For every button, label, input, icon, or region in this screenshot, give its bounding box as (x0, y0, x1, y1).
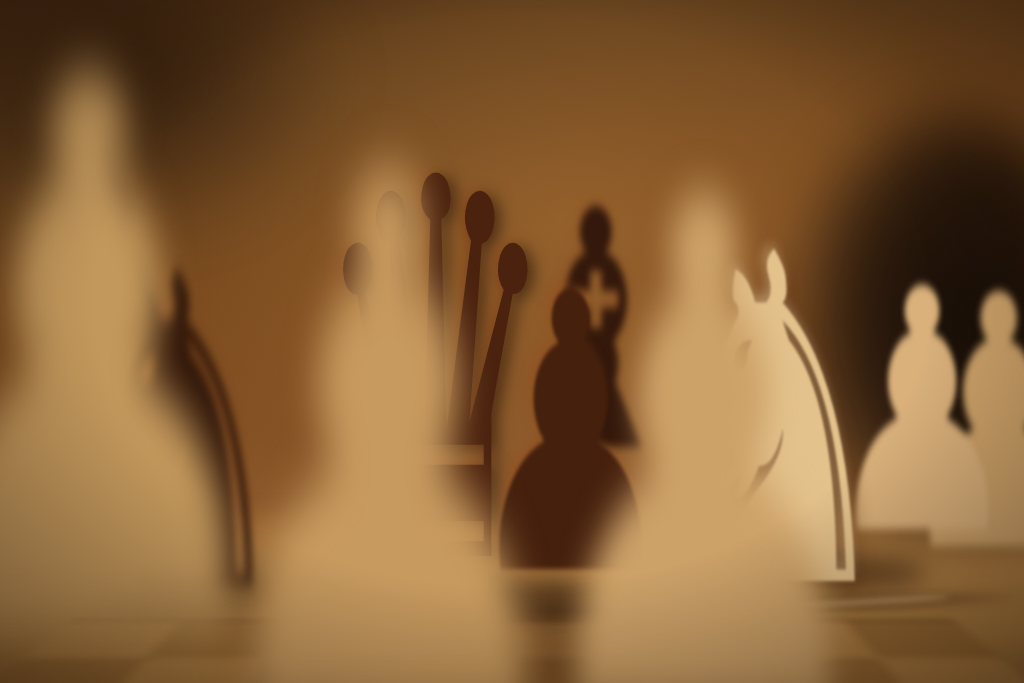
board-square (878, 658, 1024, 683)
chess-macro-photo: ♟ ♞ ♛ ♝ ♟ ♞ ♟ ♟ ♟ ♟ ♟ (0, 0, 1024, 683)
white-pawn-foreground-center[interactable]: ♟ (185, 80, 591, 683)
